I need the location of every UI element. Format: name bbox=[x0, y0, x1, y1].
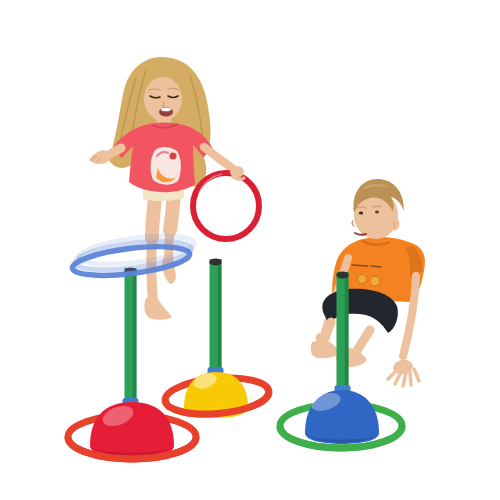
boy-shirt-print-badge-1 bbox=[358, 275, 367, 284]
right-pole-cap bbox=[336, 271, 348, 278]
girl-shirt-print-cherry bbox=[170, 153, 177, 160]
boy-right-eye bbox=[375, 211, 379, 214]
boy-left-eye bbox=[359, 211, 363, 214]
middle-pole-cap bbox=[209, 258, 221, 265]
product-photo bbox=[0, 0, 500, 500]
left-pole-shade bbox=[133, 268, 137, 406]
middle-pole-shade bbox=[218, 259, 222, 375]
right-pole-shade bbox=[345, 272, 349, 394]
girl-teeth bbox=[161, 108, 171, 112]
boy-shirt-print-badge-2 bbox=[370, 276, 380, 286]
